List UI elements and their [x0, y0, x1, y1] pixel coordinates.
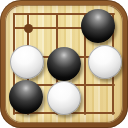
star-point: [24, 24, 33, 33]
white-stone[interactable]: [88, 45, 122, 79]
black-stone[interactable]: [9, 80, 43, 114]
black-stone[interactable]: [47, 47, 81, 81]
black-stone[interactable]: [81, 9, 115, 43]
go-board[interactable]: [0, 0, 128, 128]
white-stone[interactable]: [47, 81, 81, 115]
white-stone[interactable]: [10, 45, 44, 79]
go-app-icon[interactable]: [0, 0, 128, 128]
